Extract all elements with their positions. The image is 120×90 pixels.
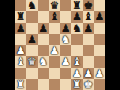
square-c4[interactable]: [38, 45, 49, 56]
square-d5[interactable]: [49, 34, 60, 45]
square-g2[interactable]: ♟: [83, 68, 94, 79]
square-f7[interactable]: ♟: [71, 11, 82, 22]
square-c6[interactable]: ♟: [38, 23, 49, 34]
square-h7[interactable]: ♟: [94, 11, 105, 22]
square-d4[interactable]: ♟: [49, 45, 60, 56]
black-pawn-piece: ♟: [83, 23, 92, 34]
square-a7[interactable]: ♜: [15, 11, 26, 22]
black-rook-piece: ♜: [16, 11, 25, 22]
square-c3[interactable]: ♞: [38, 56, 49, 67]
square-g1[interactable]: ♚: [83, 79, 94, 90]
black-pawn-piece: ♟: [95, 11, 104, 22]
square-e8[interactable]: [60, 0, 71, 11]
black-knight-piece: ♞: [72, 23, 81, 34]
square-a5[interactable]: [15, 34, 26, 45]
white-rook-piece: ♜: [16, 79, 25, 90]
black-pawn-piece: ♟: [61, 23, 70, 34]
square-e2[interactable]: [60, 68, 71, 79]
white-pawn-piece: ♟: [72, 68, 81, 79]
square-d6[interactable]: [49, 23, 60, 34]
black-knight-piece: ♞: [27, 0, 36, 11]
black-king-piece: ♚: [83, 0, 92, 11]
white-knight-piece: ♞: [61, 34, 70, 45]
square-d3[interactable]: [49, 56, 60, 67]
square-c1[interactable]: [38, 79, 49, 90]
white-bishop-piece: ♝: [16, 56, 25, 67]
square-d8[interactable]: ♛: [49, 0, 60, 11]
square-a4[interactable]: ♟: [15, 45, 26, 56]
square-f2[interactable]: ♟: [71, 68, 82, 79]
square-c2[interactable]: [38, 68, 49, 79]
square-g3[interactable]: [83, 56, 94, 67]
white-queen-piece: ♛: [27, 56, 36, 67]
square-e7[interactable]: [60, 11, 71, 22]
square-e5[interactable]: ♞: [60, 34, 71, 45]
square-g8[interactable]: ♚: [83, 0, 94, 11]
white-knight-piece: ♞: [38, 56, 47, 67]
square-g4[interactable]: [83, 45, 94, 56]
square-d1[interactable]: [49, 79, 60, 90]
square-b1[interactable]: [26, 79, 37, 90]
square-b4[interactable]: [26, 45, 37, 56]
square-h4[interactable]: [94, 45, 105, 56]
white-pawn-piece: ♟: [61, 56, 70, 67]
square-b3[interactable]: ♛: [26, 56, 37, 67]
square-f4[interactable]: [71, 45, 82, 56]
square-b7[interactable]: [26, 11, 37, 22]
white-pawn-piece: ♟: [95, 68, 104, 79]
square-b5[interactable]: ♟: [26, 34, 37, 45]
black-bishop-piece: ♝: [50, 11, 59, 22]
square-b2[interactable]: [26, 68, 37, 79]
square-h5[interactable]: [94, 34, 105, 45]
square-e4[interactable]: [60, 45, 71, 56]
square-c5[interactable]: [38, 34, 49, 45]
square-e1[interactable]: [60, 79, 71, 90]
square-a6[interactable]: ♟: [15, 23, 26, 34]
square-a2[interactable]: [15, 68, 26, 79]
chess-app-background: ♞♛♜♚♜♝♟♝♟♟♟♟♞♟♟♞♟♟♝♛♞♟♝♟♟♟♜♜♚: [0, 0, 120, 90]
square-h2[interactable]: ♟: [94, 68, 105, 79]
square-f3[interactable]: ♝: [71, 56, 82, 67]
black-queen-piece: ♛: [50, 0, 59, 11]
square-e3[interactable]: ♟: [60, 56, 71, 67]
square-e6[interactable]: ♟: [60, 23, 71, 34]
black-bishop-piece: ♝: [83, 11, 92, 22]
square-a1[interactable]: ♜: [15, 79, 26, 90]
square-h8[interactable]: [94, 0, 105, 11]
white-bishop-piece: ♝: [72, 56, 81, 67]
square-c7[interactable]: [38, 11, 49, 22]
square-c8[interactable]: [38, 0, 49, 11]
square-f5[interactable]: [71, 34, 82, 45]
square-g5[interactable]: [83, 34, 94, 45]
black-pawn-piece: ♟: [27, 34, 36, 45]
square-a8[interactable]: [15, 0, 26, 11]
white-pawn-piece: ♟: [83, 68, 92, 79]
square-h6[interactable]: [94, 23, 105, 34]
square-h3[interactable]: [94, 56, 105, 67]
square-f8[interactable]: ♜: [71, 0, 82, 11]
black-rook-piece: ♜: [72, 0, 81, 11]
black-pawn-piece: ♟: [38, 23, 47, 34]
square-g7[interactable]: ♝: [83, 11, 94, 22]
square-f1[interactable]: ♜: [71, 79, 82, 90]
square-a3[interactable]: ♝: [15, 56, 26, 67]
black-pawn-piece: ♟: [16, 23, 25, 34]
white-king-piece: ♚: [83, 79, 92, 90]
white-rook-piece: ♜: [72, 79, 81, 90]
square-b8[interactable]: ♞: [26, 0, 37, 11]
black-pawn-piece: ♟: [72, 11, 81, 22]
white-pawn-piece: ♟: [16, 45, 25, 56]
chess-board: ♞♛♜♚♜♝♟♝♟♟♟♟♞♟♟♞♟♟♝♛♞♟♝♟♟♟♜♜♚: [15, 0, 105, 90]
square-f6[interactable]: ♞: [71, 23, 82, 34]
square-d2[interactable]: [49, 68, 60, 79]
white-pawn-piece: ♟: [50, 45, 59, 56]
square-b6[interactable]: [26, 23, 37, 34]
square-d7[interactable]: ♝: [49, 11, 60, 22]
square-h1[interactable]: [94, 79, 105, 90]
square-g6[interactable]: ♟: [83, 23, 94, 34]
